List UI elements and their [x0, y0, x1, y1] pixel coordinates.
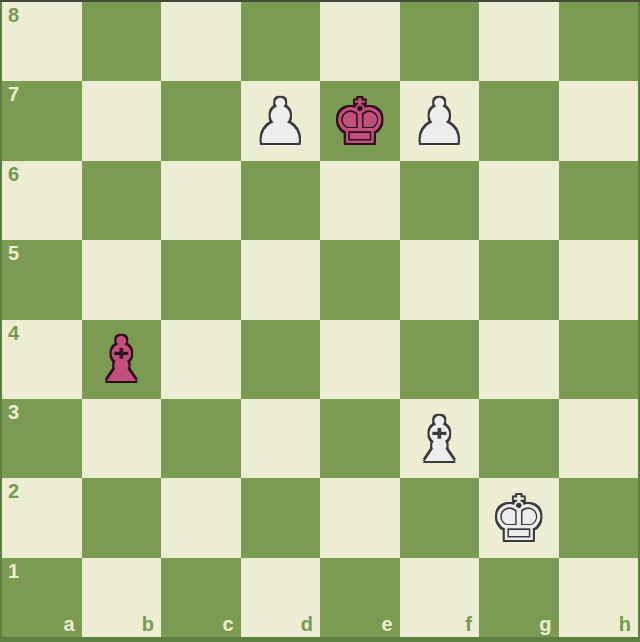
square-c5[interactable]	[161, 240, 241, 319]
square-e4[interactable]	[320, 320, 400, 399]
square-h1[interactable]: h	[559, 558, 639, 637]
board-grid: 87♟♚♟654♝3♝2♚1abcdefgh	[2, 2, 638, 637]
square-f4[interactable]	[400, 320, 480, 399]
square-d3[interactable]	[241, 399, 321, 478]
square-g4[interactable]	[479, 320, 559, 399]
square-a4[interactable]: 4	[2, 320, 82, 399]
rank-label-2: 2	[8, 481, 19, 501]
square-b6[interactable]	[82, 161, 162, 240]
rank-label-4: 4	[8, 323, 19, 343]
square-g5[interactable]	[479, 240, 559, 319]
square-g8[interactable]	[479, 2, 559, 81]
square-d5[interactable]	[241, 240, 321, 319]
square-b1[interactable]: b	[82, 558, 162, 637]
rank-label-5: 5	[8, 243, 19, 263]
white-king-g2: ♚	[491, 488, 547, 550]
square-c8[interactable]	[161, 2, 241, 81]
file-label-a: a	[63, 614, 74, 634]
file-label-d: d	[301, 614, 313, 634]
square-b5[interactable]	[82, 240, 162, 319]
square-f2[interactable]	[400, 478, 480, 557]
square-h7[interactable]	[559, 81, 639, 160]
square-b8[interactable]	[82, 2, 162, 81]
rank-label-7: 7	[8, 84, 19, 104]
file-label-h: h	[619, 614, 631, 634]
square-e7[interactable]: ♚	[320, 81, 400, 160]
square-h3[interactable]	[559, 399, 639, 478]
square-c1[interactable]: c	[161, 558, 241, 637]
white-bishop-f3: ♝	[411, 409, 467, 471]
square-e2[interactable]	[320, 478, 400, 557]
square-d4[interactable]	[241, 320, 321, 399]
rank-label-1: 1	[8, 561, 19, 581]
square-b3[interactable]	[82, 399, 162, 478]
square-f1[interactable]: f	[400, 558, 480, 637]
square-h4[interactable]	[559, 320, 639, 399]
rank-label-3: 3	[8, 402, 19, 422]
square-g2[interactable]: ♚	[479, 478, 559, 557]
square-a3[interactable]: 3	[2, 399, 82, 478]
red-king-e7: ♚	[332, 91, 388, 153]
square-b7[interactable]	[82, 81, 162, 160]
square-a8[interactable]: 8	[2, 2, 82, 81]
square-f7[interactable]: ♟	[400, 81, 480, 160]
rank-label-6: 6	[8, 164, 19, 184]
red-bishop-b4: ♝	[93, 329, 149, 391]
white-pawn-f7: ♟	[411, 91, 467, 153]
square-d8[interactable]	[241, 2, 321, 81]
square-c4[interactable]	[161, 320, 241, 399]
square-e1[interactable]: e	[320, 558, 400, 637]
square-f3[interactable]: ♝	[400, 399, 480, 478]
square-h5[interactable]	[559, 240, 639, 319]
square-h8[interactable]	[559, 2, 639, 81]
square-f8[interactable]	[400, 2, 480, 81]
square-h6[interactable]	[559, 161, 639, 240]
square-c7[interactable]	[161, 81, 241, 160]
file-label-g: g	[539, 614, 551, 634]
square-e3[interactable]	[320, 399, 400, 478]
square-c6[interactable]	[161, 161, 241, 240]
square-d7[interactable]: ♟	[241, 81, 321, 160]
square-h2[interactable]	[559, 478, 639, 557]
square-d1[interactable]: d	[241, 558, 321, 637]
square-g7[interactable]	[479, 81, 559, 160]
square-b4[interactable]: ♝	[82, 320, 162, 399]
square-e5[interactable]	[320, 240, 400, 319]
file-label-f: f	[465, 614, 472, 634]
square-c2[interactable]	[161, 478, 241, 557]
chess-board: 87♟♚♟654♝3♝2♚1abcdefgh	[0, 0, 640, 642]
square-a1[interactable]: 1a	[2, 558, 82, 637]
square-a7[interactable]: 7	[2, 81, 82, 160]
square-g1[interactable]: g	[479, 558, 559, 637]
square-g3[interactable]	[479, 399, 559, 478]
square-d6[interactable]	[241, 161, 321, 240]
square-e6[interactable]	[320, 161, 400, 240]
square-d2[interactable]	[241, 478, 321, 557]
file-label-c: c	[222, 614, 233, 634]
square-c3[interactable]	[161, 399, 241, 478]
rank-label-8: 8	[8, 5, 19, 25]
square-e8[interactable]	[320, 2, 400, 81]
file-label-b: b	[142, 614, 154, 634]
square-a6[interactable]: 6	[2, 161, 82, 240]
square-g6[interactable]	[479, 161, 559, 240]
square-a5[interactable]: 5	[2, 240, 82, 319]
square-f5[interactable]	[400, 240, 480, 319]
square-b2[interactable]	[82, 478, 162, 557]
white-pawn-d7: ♟	[252, 91, 308, 153]
square-f6[interactable]	[400, 161, 480, 240]
square-a2[interactable]: 2	[2, 478, 82, 557]
file-label-e: e	[381, 614, 392, 634]
